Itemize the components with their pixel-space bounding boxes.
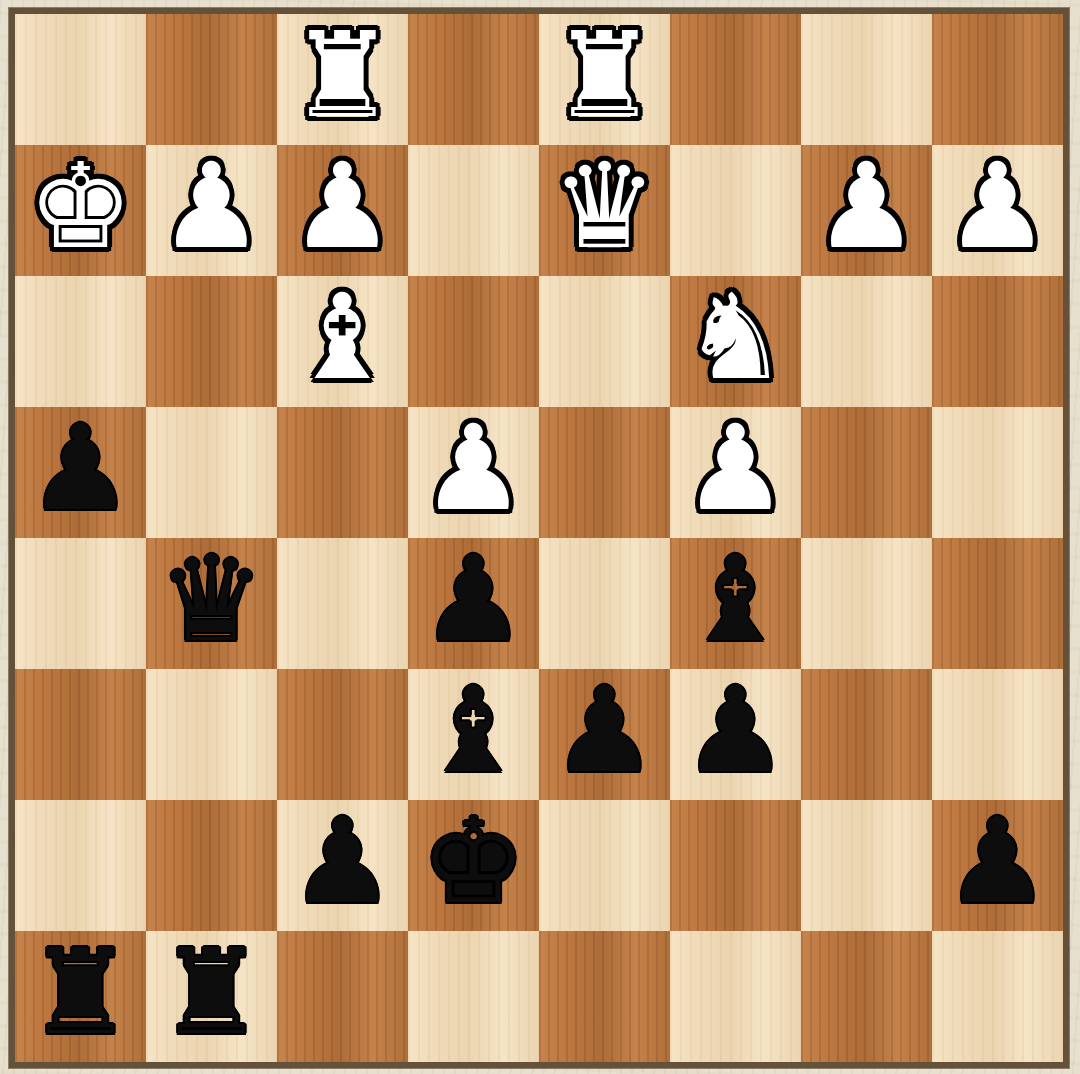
square-b5[interactable] — [146, 407, 277, 538]
square-e5[interactable] — [539, 407, 670, 538]
piece-white-pawn[interactable]: ♟ — [683, 403, 789, 534]
square-e7[interactable]: ♛ — [539, 145, 670, 276]
piece-white-king[interactable]: ♚ — [28, 141, 134, 272]
square-h8[interactable] — [932, 14, 1063, 145]
square-b3[interactable] — [146, 669, 277, 800]
square-a5[interactable]: ♟ — [15, 407, 146, 538]
square-c6[interactable]: ♝ — [277, 276, 408, 407]
piece-white-pawn[interactable]: ♟ — [945, 141, 1051, 272]
square-a6[interactable] — [15, 276, 146, 407]
square-g7[interactable]: ♟ — [801, 145, 932, 276]
square-d7[interactable] — [408, 145, 539, 276]
piece-white-pawn[interactable]: ♟ — [814, 141, 920, 272]
piece-white-knight[interactable]: ♞ — [683, 272, 789, 403]
square-a8[interactable] — [15, 14, 146, 145]
square-g2[interactable] — [801, 800, 932, 931]
square-d4[interactable]: ♟ — [408, 538, 539, 669]
square-b1[interactable]: ♜ — [146, 931, 277, 1062]
piece-black-queen[interactable]: ♛ — [159, 534, 265, 665]
square-a3[interactable] — [15, 669, 146, 800]
square-a7[interactable]: ♚ — [15, 145, 146, 276]
square-f6[interactable]: ♞ — [670, 276, 801, 407]
square-d5[interactable]: ♟ — [408, 407, 539, 538]
square-a4[interactable] — [15, 538, 146, 669]
piece-white-rook[interactable]: ♜ — [552, 10, 658, 141]
board-frame: ♜♜♚♟♟♛♟♟♝♞♟♟♟♛♟♝♝♟♟♟♚♟♜♜ — [9, 8, 1069, 1068]
square-f8[interactable] — [670, 14, 801, 145]
piece-white-queen[interactable]: ♛ — [552, 141, 658, 272]
piece-black-rook[interactable]: ♜ — [159, 927, 265, 1058]
square-g5[interactable] — [801, 407, 932, 538]
piece-white-bishop[interactable]: ♝ — [290, 272, 396, 403]
square-g3[interactable] — [801, 669, 932, 800]
square-c8[interactable]: ♜ — [277, 14, 408, 145]
square-e1[interactable] — [539, 931, 670, 1062]
square-c5[interactable] — [277, 407, 408, 538]
square-f1[interactable] — [670, 931, 801, 1062]
square-b6[interactable] — [146, 276, 277, 407]
square-d6[interactable] — [408, 276, 539, 407]
piece-white-rook[interactable]: ♜ — [290, 10, 396, 141]
square-e3[interactable]: ♟ — [539, 669, 670, 800]
square-h1[interactable] — [932, 931, 1063, 1062]
square-h5[interactable] — [932, 407, 1063, 538]
piece-black-pawn[interactable]: ♟ — [683, 665, 789, 796]
square-h3[interactable] — [932, 669, 1063, 800]
piece-black-pawn[interactable]: ♟ — [28, 403, 134, 534]
piece-black-pawn[interactable]: ♟ — [421, 534, 527, 665]
square-d3[interactable]: ♝ — [408, 669, 539, 800]
square-c3[interactable] — [277, 669, 408, 800]
square-e4[interactable] — [539, 538, 670, 669]
square-f3[interactable]: ♟ — [670, 669, 801, 800]
piece-white-pawn[interactable]: ♟ — [421, 403, 527, 534]
square-e8[interactable]: ♜ — [539, 14, 670, 145]
piece-black-pawn[interactable]: ♟ — [290, 796, 396, 927]
piece-black-bishop[interactable]: ♝ — [421, 665, 527, 796]
square-c4[interactable] — [277, 538, 408, 669]
square-e2[interactable] — [539, 800, 670, 931]
square-b2[interactable] — [146, 800, 277, 931]
square-a2[interactable] — [15, 800, 146, 931]
square-h4[interactable] — [932, 538, 1063, 669]
square-d2[interactable]: ♚ — [408, 800, 539, 931]
square-h2[interactable]: ♟ — [932, 800, 1063, 931]
square-g6[interactable] — [801, 276, 932, 407]
piece-white-pawn[interactable]: ♟ — [290, 141, 396, 272]
square-h6[interactable] — [932, 276, 1063, 407]
piece-black-pawn[interactable]: ♟ — [552, 665, 658, 796]
square-e6[interactable] — [539, 276, 670, 407]
square-f2[interactable] — [670, 800, 801, 931]
square-g4[interactable] — [801, 538, 932, 669]
piece-black-king[interactable]: ♚ — [421, 796, 527, 927]
piece-black-rook[interactable]: ♜ — [28, 927, 134, 1058]
square-b8[interactable] — [146, 14, 277, 145]
square-a1[interactable]: ♜ — [15, 931, 146, 1062]
page-background: { "game": "chess", "position": "2R1R3/KP… — [0, 0, 1080, 1074]
square-c7[interactable]: ♟ — [277, 145, 408, 276]
piece-black-bishop[interactable]: ♝ — [683, 534, 789, 665]
square-d8[interactable] — [408, 14, 539, 145]
square-b7[interactable]: ♟ — [146, 145, 277, 276]
square-c1[interactable] — [277, 931, 408, 1062]
square-b4[interactable]: ♛ — [146, 538, 277, 669]
square-d1[interactable] — [408, 931, 539, 1062]
square-h7[interactable]: ♟ — [932, 145, 1063, 276]
piece-black-pawn[interactable]: ♟ — [945, 796, 1051, 927]
square-c2[interactable]: ♟ — [277, 800, 408, 931]
square-f7[interactable] — [670, 145, 801, 276]
chess-board: ♜♜♚♟♟♛♟♟♝♞♟♟♟♛♟♝♝♟♟♟♚♟♜♜ — [15, 14, 1063, 1062]
square-g8[interactable] — [801, 14, 932, 145]
square-f4[interactable]: ♝ — [670, 538, 801, 669]
square-f5[interactable]: ♟ — [670, 407, 801, 538]
square-g1[interactable] — [801, 931, 932, 1062]
piece-white-pawn[interactable]: ♟ — [159, 141, 265, 272]
